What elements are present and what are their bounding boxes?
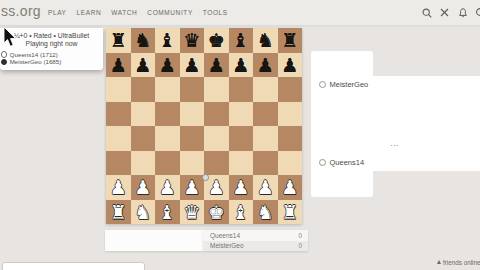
player-status-icon: [319, 81, 326, 88]
square-d6[interactable]: [180, 77, 205, 102]
square-g5[interactable]: [253, 102, 278, 127]
player-status-icon: [319, 159, 326, 166]
crosstable-player-name: Queens14: [210, 232, 240, 239]
square-h2[interactable]: ♟: [278, 175, 303, 200]
black-pawn[interactable]: ♟: [281, 53, 298, 78]
square-g2[interactable]: ♟: [253, 175, 278, 200]
move-list-placeholder: ⋯: [390, 141, 399, 150]
square-g3[interactable]: [253, 151, 278, 176]
square-d2[interactable]: ♟: [180, 175, 205, 200]
square-g1[interactable]: ♞: [253, 200, 278, 225]
under-board-box: [105, 230, 203, 251]
white-knight[interactable]: ♞: [257, 200, 274, 225]
square-e8[interactable]: ♚: [204, 28, 229, 53]
square-e7[interactable]: ♟: [204, 53, 229, 78]
friends-online[interactable]: friends online: [437, 257, 480, 267]
nav-menu: PLAYLEARNWATCHCOMMUNITYTOOLS: [48, 0, 228, 25]
square-f6[interactable]: [229, 77, 254, 102]
square-c7[interactable]: ♟: [155, 53, 180, 78]
nav-item-community[interactable]: COMMUNITY: [147, 9, 192, 16]
white-pawn[interactable]: ♟: [183, 175, 200, 200]
square-e5[interactable]: [204, 102, 229, 127]
square-f5[interactable]: [229, 102, 254, 127]
black-player-name: MeisterGeo: [330, 80, 369, 89]
square-h7[interactable]: ♟: [278, 53, 303, 78]
move-list-panel: [311, 76, 480, 171]
black-pawn[interactable]: ♟: [232, 53, 249, 78]
profile-icon-partial[interactable]: [475, 7, 480, 18]
square-e4[interactable]: [204, 126, 229, 151]
black-pawn[interactable]: ♟: [183, 53, 200, 78]
chat-box[interactable]: [2, 262, 145, 270]
square-a5[interactable]: [106, 102, 131, 127]
square-a3[interactable]: [106, 151, 131, 176]
white-pawn[interactable]: ♟: [159, 175, 176, 200]
mouse-cursor-icon: [3, 27, 19, 52]
square-h5[interactable]: [278, 102, 303, 127]
friends-toggle-icon: [437, 260, 441, 264]
square-b1[interactable]: ♞: [131, 200, 156, 225]
header-icons: [421, 0, 480, 25]
square-g4[interactable]: [253, 126, 278, 151]
lichess-game-page: { "game": "chess", "position": { "fen": …: [0, 0, 480, 270]
black-pawn[interactable]: ♟: [159, 53, 176, 78]
black-bishop[interactable]: ♝: [159, 28, 176, 53]
nav-item-watch[interactable]: WATCH: [111, 9, 137, 16]
black-pawn[interactable]: ♟: [208, 53, 225, 78]
square-b2[interactable]: ♟: [131, 175, 156, 200]
square-f2[interactable]: ♟: [229, 175, 254, 200]
square-c3[interactable]: [155, 151, 180, 176]
tooltip-players: Queens14 (1712)MeisterGeo (1685): [0, 51, 103, 66]
square-g8[interactable]: ♞: [253, 28, 278, 53]
crosstable-row[interactable]: Queens140: [203, 230, 308, 241]
square-d1[interactable]: ♛: [180, 200, 205, 225]
square-f3[interactable]: [229, 151, 254, 176]
square-a7[interactable]: ♟: [106, 53, 131, 78]
square-h3[interactable]: [278, 151, 303, 176]
square-a6[interactable]: [106, 77, 131, 102]
nav-item-play[interactable]: PLAY: [48, 9, 67, 16]
square-b5[interactable]: [131, 102, 156, 127]
black-player-row[interactable]: MeisterGeo: [319, 80, 368, 89]
black-pawn[interactable]: ♟: [110, 53, 127, 78]
black-queen[interactable]: ♛: [183, 28, 200, 53]
square-h1[interactable]: ♜: [278, 200, 303, 225]
square-f1[interactable]: ♝: [229, 200, 254, 225]
square-h6[interactable]: [278, 77, 303, 102]
black-bishop[interactable]: ♝: [232, 28, 249, 53]
square-e6[interactable]: [204, 77, 229, 102]
notifications-bell-icon[interactable]: [457, 7, 468, 18]
challenges-icon[interactable]: [439, 7, 450, 18]
black-knight[interactable]: ♞: [257, 28, 274, 53]
square-g6[interactable]: [253, 77, 278, 102]
square-h4[interactable]: [278, 126, 303, 151]
board-cursor-dot: [202, 174, 209, 181]
square-e3[interactable]: [204, 151, 229, 176]
square-d7[interactable]: ♟: [180, 53, 205, 78]
square-c6[interactable]: [155, 77, 180, 102]
white-pawn[interactable]: ♟: [257, 175, 274, 200]
black-pawn[interactable]: ♟: [134, 53, 151, 78]
black-rook[interactable]: ♜: [110, 28, 127, 53]
white-pawn[interactable]: ♟: [232, 175, 249, 200]
black-king[interactable]: ♚: [208, 28, 225, 53]
square-a4[interactable]: [106, 126, 131, 151]
square-c1[interactable]: ♝: [155, 200, 180, 225]
square-g7[interactable]: ♟: [253, 53, 278, 78]
white-player-name: Queens14: [330, 158, 365, 167]
square-f7[interactable]: ♟: [229, 53, 254, 78]
square-h8[interactable]: ♜: [278, 28, 303, 53]
white-pawn[interactable]: ♟: [110, 175, 127, 200]
square-b6[interactable]: [131, 77, 156, 102]
square-b7[interactable]: ♟: [131, 53, 156, 78]
square-d8[interactable]: ♛: [180, 28, 205, 53]
crosstable-player-name: MeisterGeo: [210, 242, 244, 249]
square-d4[interactable]: [180, 126, 205, 151]
square-f4[interactable]: [229, 126, 254, 151]
square-b3[interactable]: [131, 151, 156, 176]
site-logo[interactable]: ss.org: [1, 3, 41, 19]
crosstable-score: 0: [298, 232, 302, 239]
black-pawn[interactable]: ♟: [257, 53, 274, 78]
chess-board[interactable]: ♜♞♝♛♚♝♞♜♟♟♟♟♟♟♟♟♟♟♟♟♟♟♟♟♜♞♝♛♚♝♞♜: [106, 28, 302, 224]
black-knight[interactable]: ♞: [134, 28, 151, 53]
white-color-icon: [1, 51, 7, 57]
white-pawn[interactable]: ♟: [134, 175, 151, 200]
square-e1[interactable]: ♚: [204, 200, 229, 225]
white-bishop[interactable]: ♝: [159, 200, 176, 225]
tooltip-player-name: MeisterGeo (1685): [10, 58, 62, 65]
crosstable-score: 0: [298, 242, 302, 249]
square-a2[interactable]: ♟: [106, 175, 131, 200]
square-f8[interactable]: ♝: [229, 28, 254, 53]
white-knight[interactable]: ♞: [134, 200, 151, 225]
square-c5[interactable]: [155, 102, 180, 127]
square-d3[interactable]: [180, 151, 205, 176]
black-color-icon: [1, 59, 7, 65]
square-a1[interactable]: ♜: [106, 200, 131, 225]
white-rook[interactable]: ♜: [281, 200, 298, 225]
square-b8[interactable]: ♞: [131, 28, 156, 53]
white-player-row[interactable]: Queens14: [319, 158, 364, 167]
tooltip-player-black: MeisterGeo (1685): [0, 58, 103, 66]
square-c8[interactable]: ♝: [155, 28, 180, 53]
friends-label: friends online: [443, 259, 480, 266]
black-rook[interactable]: ♜: [281, 28, 298, 53]
white-bishop[interactable]: ♝: [232, 200, 249, 225]
white-pawn[interactable]: ♟: [281, 175, 298, 200]
search-icon[interactable]: [421, 7, 432, 18]
square-c2[interactable]: ♟: [155, 175, 180, 200]
nav-item-tools[interactable]: TOOLS: [203, 9, 228, 16]
crosstable: Queens140MeisterGeo0: [203, 230, 308, 251]
top-nav: ss.org PLAYLEARNWATCHCOMMUNITYTOOLS: [0, 0, 480, 25]
crosstable-row[interactable]: MeisterGeo0: [203, 241, 308, 252]
square-b4[interactable]: [131, 126, 156, 151]
white-king[interactable]: ♚: [208, 200, 225, 225]
white-rook[interactable]: ♜: [110, 200, 127, 225]
square-d5[interactable]: [180, 102, 205, 127]
square-c4[interactable]: [155, 126, 180, 151]
nav-item-learn[interactable]: LEARN: [77, 9, 102, 16]
square-a8[interactable]: ♜: [106, 28, 131, 53]
white-queen[interactable]: ♛: [183, 200, 200, 225]
white-pawn[interactable]: ♟: [208, 175, 225, 200]
